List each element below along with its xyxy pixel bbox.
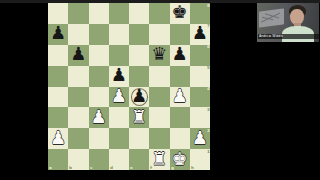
file-label-b: b bbox=[69, 160, 76, 170]
file-label-g: g bbox=[171, 160, 178, 170]
square-b8[interactable] bbox=[68, 3, 88, 24]
rank-label-1: 1 bbox=[203, 150, 210, 160]
square-c3[interactable]: ♟ bbox=[89, 107, 109, 128]
piece-black-pawn[interactable]: ♟ bbox=[50, 24, 66, 42]
square-e4[interactable]: ♟ bbox=[129, 87, 149, 108]
square-c5[interactable] bbox=[89, 66, 109, 87]
square-c4[interactable] bbox=[89, 87, 109, 108]
file-label-d: d bbox=[110, 160, 117, 170]
square-a5[interactable] bbox=[48, 66, 68, 87]
square-d5[interactable]: ♟ bbox=[109, 66, 129, 87]
square-c1[interactable]: c bbox=[89, 149, 109, 170]
chess-board[interactable]: ♚8♟7♟♟♛♟6♟5♟♟♟4♟♜3♟2♟abcdef♜g♚1h bbox=[48, 3, 210, 170]
webcam-video: Andrew Widdis bbox=[257, 3, 319, 42]
file-label-a: a bbox=[49, 160, 56, 170]
square-g4[interactable]: ♟ bbox=[170, 87, 190, 108]
square-e8[interactable] bbox=[129, 3, 149, 24]
square-h4[interactable]: 4 bbox=[190, 87, 210, 108]
square-e6[interactable] bbox=[129, 45, 149, 66]
square-c6[interactable] bbox=[89, 45, 109, 66]
square-a4[interactable] bbox=[48, 87, 68, 108]
square-e3[interactable]: ♜ bbox=[129, 107, 149, 128]
square-f2[interactable] bbox=[149, 128, 169, 149]
piece-black-king[interactable]: ♚ bbox=[172, 3, 188, 21]
square-a8[interactable] bbox=[48, 3, 68, 24]
piece-black-pawn[interactable]: ♟ bbox=[111, 66, 127, 84]
piece-black-queen[interactable]: ♛ bbox=[151, 45, 167, 63]
square-c7[interactable] bbox=[89, 24, 109, 45]
square-b4[interactable] bbox=[68, 87, 88, 108]
square-b5[interactable] bbox=[68, 66, 88, 87]
square-d2[interactable] bbox=[109, 128, 129, 149]
square-g6[interactable]: ♟ bbox=[170, 45, 190, 66]
square-g1[interactable]: g♚ bbox=[170, 149, 190, 170]
square-e5[interactable] bbox=[129, 66, 149, 87]
square-f1[interactable]: f♜ bbox=[149, 149, 169, 170]
square-e7[interactable] bbox=[129, 24, 149, 45]
rank-label-8: 8 bbox=[203, 4, 210, 14]
square-a3[interactable] bbox=[48, 107, 68, 128]
square-h2[interactable]: 2♟ bbox=[190, 128, 210, 149]
piece-white-pawn[interactable]: ♟ bbox=[111, 87, 127, 105]
square-b1[interactable]: b bbox=[68, 149, 88, 170]
square-g2[interactable] bbox=[170, 128, 190, 149]
piece-black-pawn[interactable]: ♟ bbox=[131, 87, 147, 105]
square-e2[interactable] bbox=[129, 128, 149, 149]
square-c8[interactable] bbox=[89, 3, 109, 24]
square-f4[interactable] bbox=[149, 87, 169, 108]
square-h6[interactable]: 6 bbox=[190, 45, 210, 66]
square-d7[interactable] bbox=[109, 24, 129, 45]
whiteboard-background bbox=[259, 8, 284, 27]
square-b3[interactable] bbox=[68, 107, 88, 128]
piece-white-pawn[interactable]: ♟ bbox=[172, 87, 188, 105]
square-f5[interactable] bbox=[149, 66, 169, 87]
rank-label-7: 7 bbox=[203, 24, 210, 34]
square-d3[interactable] bbox=[109, 107, 129, 128]
piece-black-pawn[interactable]: ♟ bbox=[172, 45, 188, 63]
rank-label-5: 5 bbox=[203, 66, 210, 76]
file-label-f: f bbox=[150, 160, 154, 170]
square-g8[interactable]: ♚ bbox=[170, 3, 190, 24]
square-a6[interactable] bbox=[48, 45, 68, 66]
square-b7[interactable] bbox=[68, 24, 88, 45]
square-h8[interactable]: 8 bbox=[190, 3, 210, 24]
square-g3[interactable] bbox=[170, 107, 190, 128]
square-f6[interactable]: ♛ bbox=[149, 45, 169, 66]
participant-name-text: Andrew Widdis bbox=[259, 35, 283, 38]
square-g7[interactable] bbox=[170, 24, 190, 45]
screen-share-stage: ♚8♟7♟♟♛♟6♟5♟♟♟4♟♜3♟2♟abcdef♜g♚1h Andrew … bbox=[0, 0, 320, 180]
piece-white-rook[interactable]: ♜ bbox=[131, 108, 147, 126]
square-b2[interactable] bbox=[68, 128, 88, 149]
participant-name-label: Andrew Widdis bbox=[258, 34, 319, 39]
piece-black-pawn[interactable]: ♟ bbox=[70, 45, 86, 63]
square-h7[interactable]: 7♟ bbox=[190, 24, 210, 45]
square-b6[interactable]: ♟ bbox=[68, 45, 88, 66]
square-f8[interactable] bbox=[149, 3, 169, 24]
piece-white-pawn[interactable]: ♟ bbox=[91, 108, 107, 126]
file-label-h: h bbox=[191, 160, 198, 170]
square-a2[interactable]: ♟ bbox=[48, 128, 68, 149]
square-d8[interactable] bbox=[109, 3, 129, 24]
annotation-circle-e4 bbox=[131, 88, 148, 106]
rank-label-2: 2 bbox=[203, 129, 210, 139]
square-h3[interactable]: 3 bbox=[190, 107, 210, 128]
square-d1[interactable]: d bbox=[109, 149, 129, 170]
square-h5[interactable]: 5 bbox=[190, 66, 210, 87]
square-e1[interactable]: e bbox=[129, 149, 149, 170]
rank-label-4: 4 bbox=[203, 87, 210, 97]
square-h1[interactable]: 1h bbox=[190, 149, 210, 170]
square-f7[interactable] bbox=[149, 24, 169, 45]
rank-label-6: 6 bbox=[203, 45, 210, 55]
square-g5[interactable] bbox=[170, 66, 190, 87]
square-c2[interactable] bbox=[89, 128, 109, 149]
piece-white-pawn[interactable]: ♟ bbox=[50, 129, 66, 147]
rank-label-3: 3 bbox=[203, 108, 210, 118]
square-f3[interactable] bbox=[149, 107, 169, 128]
file-label-e: e bbox=[130, 160, 137, 170]
square-d4[interactable]: ♟ bbox=[109, 87, 129, 108]
square-d6[interactable] bbox=[109, 45, 129, 66]
square-a1[interactable]: a bbox=[48, 149, 68, 170]
file-label-c: c bbox=[90, 160, 96, 170]
square-a7[interactable]: ♟ bbox=[48, 24, 68, 45]
